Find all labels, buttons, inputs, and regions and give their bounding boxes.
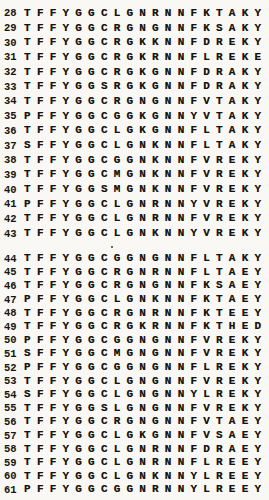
residue-cell: T [21,169,34,180]
residue-cell: A [226,140,239,151]
residue-cell: E [239,294,252,305]
residue-cell: K [149,169,162,180]
residue-cell: N [136,416,149,427]
residue-cell: F [47,348,60,359]
residue-cell: F [187,155,200,166]
residue-cell: G [123,125,136,136]
residue-cell: Y [59,155,72,166]
residue-cell: Y [59,403,72,414]
sequence-row: 35PFFYGGCGGKGNNYVTAKY [0,109,269,124]
sequence-row: 44TFFYGGCGGNGNNFLTAKY [0,252,269,266]
residue-cell: G [123,253,136,264]
residue-cell: K [239,67,252,78]
residue-cell: N [162,376,175,387]
residue-cell: G [72,403,85,414]
residue-cell: A [226,96,239,107]
residue-cell: C [98,213,111,224]
residue-cell: K [136,321,149,332]
residue-cell: C [98,96,111,107]
residue-cell: K [239,228,252,239]
residue-cell: N [162,444,175,455]
residue-cell: R [213,403,226,414]
residue-cell: G [72,111,85,122]
residue-cell: Y [59,37,72,48]
residue-cell: G [149,23,162,34]
residue-cell: M [111,348,124,359]
row-number: 54 [4,389,21,401]
residue-cell: S [213,23,226,34]
residue-cell: F [47,213,60,224]
residue-cell: G [85,96,98,107]
residue-cell: Y [59,484,72,495]
residue-cell: V [200,155,213,166]
residue-cell: F [34,52,47,63]
stray-ink-mark [111,246,113,248]
residue-cell: K [239,111,252,122]
residue-cell: G [72,67,85,78]
residue-cell: N [175,294,188,305]
residue-cell: M [111,169,124,180]
residue-cell: G [123,348,136,359]
residue-cell: G [123,199,136,210]
residue-cell: Y [251,155,264,166]
residue-cell: N [136,484,149,495]
residue-cell: D [200,37,213,48]
residue-cell: N [162,403,175,414]
residue-cell: Y [251,444,264,455]
residue-cell: G [123,228,136,239]
residue-cell: F [47,111,60,122]
residue-cell: Y [251,348,264,359]
sequence-row: 52PFFYGGCGGNGNNFLREKY [0,361,269,375]
residue-cell: G [85,213,98,224]
residue-cell: R [213,484,226,495]
residue-cell: R [149,457,162,468]
residue-cell: P [21,111,34,122]
residue-cell: N [136,457,149,468]
residue-cell: R [213,37,226,48]
residue-cell: F [34,184,47,195]
residue-cell: C [98,267,111,278]
residue-cell: F [34,389,47,400]
residue-cell: G [72,125,85,136]
residue-cell: G [111,362,124,373]
residue-cell: T [213,253,226,264]
residue-cell: F [187,457,200,468]
residue-cell: A [226,23,239,34]
residue-cell: F [47,321,60,332]
residue-cell: Y [251,294,264,305]
residue-cell: C [98,111,111,122]
residue-cell: G [123,471,136,482]
residue-cell: L [111,389,124,400]
residue-cell: R [111,67,124,78]
residue-cell: A [226,416,239,427]
residue-cell: T [213,111,226,122]
residue-cell: E [239,416,252,427]
residue-cell: G [85,362,98,373]
residue-cell: V [200,96,213,107]
residue-cell: F [47,471,60,482]
residue-cell: C [98,348,111,359]
residue-cell: R [213,67,226,78]
residue-cell: C [98,23,111,34]
residue-cell: F [34,8,47,19]
residue-cell: G [72,321,85,332]
residue-cell: F [187,213,200,224]
residue-cell: K [239,23,252,34]
residue-cell: F [187,416,200,427]
residue-cell: Y [251,362,264,373]
residue-cell: K [239,184,252,195]
residue-cell: Y [251,184,264,195]
residue-cell: Y [251,67,264,78]
row-number: 46 [4,280,21,292]
residue-cell: K [136,37,149,48]
residue-cell: N [162,169,175,180]
residue-cell: T [21,280,34,291]
residue-cell: N [175,125,188,136]
residue-cell: G [123,484,136,495]
residue-cell: T [21,267,34,278]
residue-cell: L [111,471,124,482]
residue-cell: G [149,253,162,264]
residue-cell: F [187,403,200,414]
residue-cell: Y [251,111,264,122]
residue-cell: G [72,199,85,210]
residue-cell: G [123,96,136,107]
residue-cell: N [175,140,188,151]
residue-cell: E [226,335,239,346]
residue-cell: F [34,457,47,468]
residue-cell: V [200,376,213,387]
residue-cell: R [213,52,226,63]
residue-cell: E [226,457,239,468]
residue-cell: K [239,376,252,387]
row-number: 44 [4,253,21,265]
residue-cell: F [187,348,200,359]
residue-cell: A [226,81,239,92]
residue-cell: G [123,335,136,346]
residue-cell: A [226,8,239,19]
residue-cell: G [72,155,85,166]
residue-cell: E [226,348,239,359]
residue-cell: Y [59,140,72,151]
residue-cell: N [162,416,175,427]
residue-cell: K [239,8,252,19]
residue-cell: Y [251,484,264,495]
residue-cell: Y [59,8,72,19]
residue-cell: C [98,308,111,319]
residue-cell: F [187,335,200,346]
residue-cell: L [111,444,124,455]
residue-cell: Y [251,23,264,34]
residue-cell: A [226,267,239,278]
residue-cell: L [111,376,124,387]
residue-cell: N [175,444,188,455]
residue-cell: Y [251,169,264,180]
row-number: 36 [4,125,21,137]
row-number: 42 [4,213,21,225]
row-number: 55 [4,402,21,414]
residue-cell: C [98,228,111,239]
residue-cell: G [72,294,85,305]
residue-cell: C [98,416,111,427]
residue-cell: T [21,228,34,239]
residue-cell: K [239,169,252,180]
residue-cell: Y [59,267,72,278]
residue-cell: G [149,125,162,136]
residue-cell: F [34,335,47,346]
residue-cell: G [85,389,98,400]
residue-cell: N [175,111,188,122]
residue-cell: F [187,444,200,455]
residue-cell: R [213,335,226,346]
residue-cell: G [85,125,98,136]
row-number: 30 [4,37,21,49]
residue-cell: N [162,348,175,359]
residue-cell: R [149,199,162,210]
residue-cell: G [111,335,124,346]
residue-cell: N [162,308,175,319]
residue-cell: R [149,213,162,224]
residue-cell: K [136,111,149,122]
residue-cell: T [21,8,34,19]
sequence-row: 43TFFYGGCLGNKNNYVREKY [0,226,269,241]
residue-cell: G [149,403,162,414]
residue-cell: R [213,228,226,239]
sequence-row: 46TFFYGGCRGNGNNFKSAEY [0,279,269,293]
residue-cell: N [162,8,175,19]
residue-cell: N [175,67,188,78]
residue-cell: T [21,67,34,78]
residue-cell: F [47,23,60,34]
residue-cell: F [187,96,200,107]
residue-cell: G [123,280,136,291]
residue-cell: F [34,37,47,48]
residue-cell: F [34,96,47,107]
residue-cell: L [200,389,213,400]
residue-cell: G [72,37,85,48]
sequence-row: 39TFFYGGCMGNKNNFVREKY [0,168,269,183]
sequence-row: 28TFFYGGCLGNRNNFKTAKY [0,6,269,21]
residue-cell: G [123,184,136,195]
residue-cell: G [72,471,85,482]
residue-cell: Y [59,471,72,482]
residue-cell: G [72,389,85,400]
residue-cell: Y [59,169,72,180]
residue-cell: G [72,169,85,180]
residue-cell: R [213,155,226,166]
sequence-row: 50PFFYGGCGGNGNNFVREKY [0,334,269,348]
residue-cell: E [226,362,239,373]
residue-cell: L [111,403,124,414]
residue-cell: G [72,335,85,346]
sequence-row: 58TFFYGGCLGNRNNFDRAEY [0,442,269,456]
residue-cell: N [162,111,175,122]
residue-cell: T [21,321,34,332]
residue-cell: C [98,280,111,291]
residue-cell: F [187,280,200,291]
residue-cell: K [149,184,162,195]
residue-cell: C [98,199,111,210]
residue-cell: F [34,169,47,180]
residue-cell: T [213,96,226,107]
residue-cell: R [111,96,124,107]
residue-cell: F [47,267,60,278]
residue-cell: F [34,81,47,92]
residue-cell: R [111,267,124,278]
residue-cell: F [34,484,47,495]
residue-cell: F [34,125,47,136]
residue-cell: G [149,362,162,373]
row-number: 32 [4,66,21,78]
residue-cell: L [111,294,124,305]
scanned-figure-page: 28TFFYGGCLGNRNNFKTAKY29TFFYGGCRGNGNNFKSA… [0,0,269,500]
residue-cell: N [162,280,175,291]
row-number: 35 [4,110,21,122]
sequence-row: 49TFFYGGCRGKRNNFKTHED [0,320,269,334]
residue-cell: V [200,213,213,224]
residue-cell: G [123,376,136,387]
residue-cell: F [34,253,47,264]
residue-cell: F [34,321,47,332]
residue-cell: F [187,52,200,63]
residue-cell: N [136,155,149,166]
residue-cell: T [21,23,34,34]
residue-cell: N [162,389,175,400]
residue-cell: G [72,457,85,468]
residue-cell: N [175,52,188,63]
residue-cell: F [47,37,60,48]
residue-cell: G [85,111,98,122]
residue-cell: N [136,348,149,359]
residue-cell: C [98,444,111,455]
residue-cell: N [175,81,188,92]
residue-cell: G [85,457,98,468]
residue-cell: N [175,155,188,166]
residue-cell: E [239,444,252,455]
residue-cell: Y [59,321,72,332]
residue-cell: N [136,444,149,455]
residue-cell: K [200,8,213,19]
residue-cell: F [34,199,47,210]
residue-cell: F [34,348,47,359]
residue-cell: N [175,389,188,400]
residue-cell: F [187,267,200,278]
residue-cell: G [72,81,85,92]
residue-cell: F [34,67,47,78]
residue-cell: C [98,294,111,305]
residue-cell: E [226,389,239,400]
residue-cell: Y [251,140,264,151]
residue-cell: Y [59,294,72,305]
residue-cell: G [111,484,124,495]
residue-cell: C [98,376,111,387]
residue-cell: Y [251,228,264,239]
residue-cell: F [47,199,60,210]
residue-cell: E [226,376,239,387]
residue-cell: G [72,267,85,278]
residue-cell: E [226,403,239,414]
residue-cell: F [47,444,60,455]
residue-cell: P [21,199,34,210]
residue-cell: C [98,52,111,63]
residue-cell: N [162,184,175,195]
residue-cell: G [85,37,98,48]
residue-cell: N [175,321,188,332]
residue-cell: N [162,457,175,468]
residue-cell: F [47,67,60,78]
sequence-row: 34TFFYGGCRGNGNNFVTAKY [0,94,269,109]
residue-cell: G [149,96,162,107]
residue-cell: F [187,294,200,305]
residue-cell: Y [251,37,264,48]
residue-cell: V [200,111,213,122]
residue-cell: N [136,280,149,291]
residue-cell: G [123,155,136,166]
residue-cell: E [239,430,252,441]
residue-cell: L [200,52,213,63]
residue-cell: F [34,444,47,455]
residue-cell: F [187,125,200,136]
sequence-row: 53TFFYGGCLGNGNNFVREKY [0,374,269,388]
residue-cell: F [187,362,200,373]
residue-cell: N [175,23,188,34]
residue-cell: Y [187,484,200,495]
residue-cell: K [239,96,252,107]
residue-cell: Y [187,111,200,122]
residue-cell: Y [59,444,72,455]
residue-cell: Y [251,213,264,224]
residue-cell: C [98,484,111,495]
sequence-row: 54SFFYGGCLGNGNNYLREKY [0,388,269,402]
residue-cell: Y [59,67,72,78]
residue-cell: K [136,52,149,63]
residue-cell: Y [187,389,200,400]
residue-cell: E [226,228,239,239]
residue-cell: N [136,267,149,278]
residue-cell: N [175,308,188,319]
residue-cell: G [123,23,136,34]
residue-cell: Y [251,403,264,414]
residue-cell: T [213,125,226,136]
residue-cell: R [111,81,124,92]
residue-cell: C [98,362,111,373]
residue-cell: E [239,471,252,482]
row-number: 28 [4,7,21,19]
residue-cell: G [123,140,136,151]
residue-cell: Y [187,228,200,239]
residue-cell: Y [251,280,264,291]
residue-cell: N [162,321,175,332]
row-number: 49 [4,321,21,333]
residue-cell: F [47,125,60,136]
residue-cell: G [72,376,85,387]
residue-cell: L [111,213,124,224]
residue-cell: G [72,23,85,34]
residue-cell: F [34,471,47,482]
residue-cell: E [239,267,252,278]
residue-cell: G [149,280,162,291]
residue-cell: T [213,416,226,427]
residue-cell: R [213,362,226,373]
sequence-block-upper: 28TFFYGGCLGNRNNFKTAKY29TFFYGGCRGNGNNFKSA… [0,6,269,241]
row-number: 38 [4,154,21,166]
residue-cell: K [200,321,213,332]
residue-cell: F [187,140,200,151]
residue-cell: G [111,253,124,264]
